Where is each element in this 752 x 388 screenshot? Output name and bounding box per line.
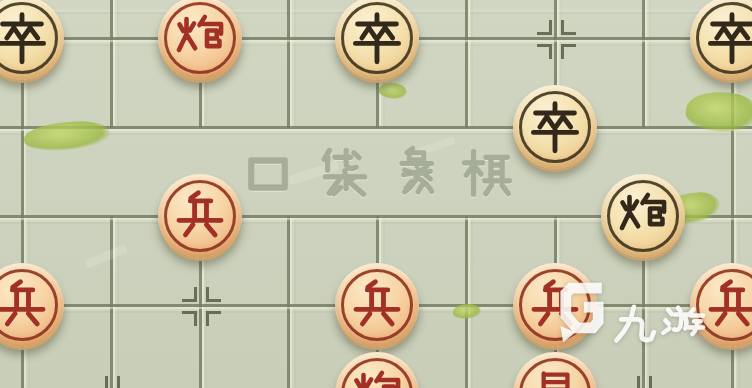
grass-decoration xyxy=(378,81,408,102)
piece-black-zu[interactable] xyxy=(0,0,64,80)
grid-line xyxy=(287,216,290,388)
piece-glyph-bing xyxy=(705,278,752,332)
piece-glyph-zu xyxy=(528,100,582,154)
grass-decoration xyxy=(23,120,110,152)
piece-black-zu[interactable] xyxy=(690,0,752,80)
tile-sheen xyxy=(288,160,341,186)
river-watermark-char xyxy=(389,145,445,201)
piece-black-zu[interactable] xyxy=(335,0,419,80)
tile-sheen xyxy=(416,136,457,156)
grid-line xyxy=(465,0,468,128)
grid-line xyxy=(465,216,468,388)
piece-glyph-bing xyxy=(173,189,227,243)
piece-black-pao[interactable] xyxy=(601,174,685,258)
piece-red-bing[interactable] xyxy=(158,174,242,258)
piece-glyph-bing xyxy=(528,278,582,332)
piece-glyph-pao xyxy=(616,189,670,243)
piece-red-bing[interactable] xyxy=(690,263,752,347)
river-watermark-char xyxy=(240,145,296,201)
piece-black-zu[interactable] xyxy=(513,85,597,169)
piece-red-bing[interactable] xyxy=(335,263,419,347)
grid-line xyxy=(0,126,752,129)
piece-glyph-zu xyxy=(705,11,752,65)
piece-glyph-bing xyxy=(350,278,404,332)
river-watermark-char xyxy=(459,145,515,201)
piece-glyph-pao xyxy=(173,11,227,65)
river-watermark-char xyxy=(317,145,373,201)
piece-glyph-bing xyxy=(0,278,49,332)
piece-glyph-zu xyxy=(350,11,404,65)
piece-glyph-zu xyxy=(0,11,49,65)
piece-red-pao[interactable] xyxy=(335,352,419,388)
tile-sheen xyxy=(84,244,128,269)
piece-red-ma[interactable] xyxy=(513,352,597,388)
point-marker xyxy=(200,305,212,317)
grid-line xyxy=(110,216,113,388)
grid-line xyxy=(642,0,645,128)
jiuyou-watermark-char xyxy=(610,302,662,350)
piece-red-pao[interactable] xyxy=(158,0,242,80)
grid-line xyxy=(110,0,113,128)
piece-glyph-ma xyxy=(528,367,582,388)
piece-red-bing[interactable] xyxy=(0,263,64,347)
piece-red-bing[interactable] xyxy=(513,263,597,347)
piece-glyph-pao xyxy=(350,367,404,388)
board[interactable]: 口袋象棋 九游 xyxy=(0,0,752,388)
point-marker xyxy=(555,38,567,50)
grid-line xyxy=(287,0,290,128)
